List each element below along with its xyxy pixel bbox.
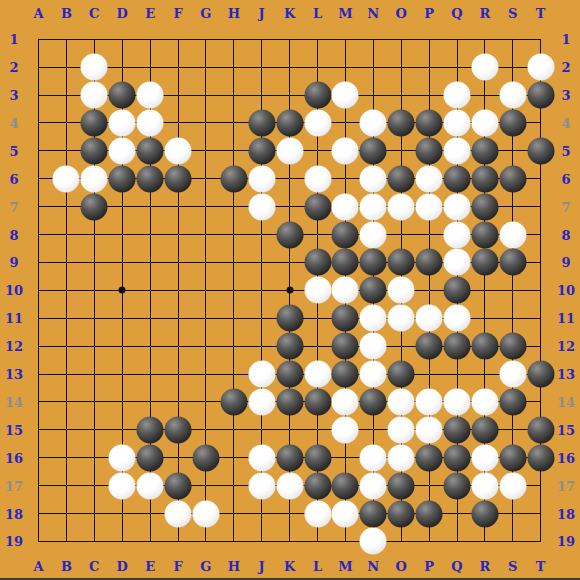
- row-label-left-8: 8: [9, 228, 18, 241]
- stone-white: [304, 361, 331, 388]
- col-label-bottom-H: H: [228, 560, 240, 573]
- row-label-right-6: 6: [561, 172, 570, 185]
- row-label-right-8: 8: [561, 228, 570, 241]
- stone-black: [304, 82, 331, 109]
- stone-white: [444, 109, 471, 136]
- stone-black: [137, 165, 164, 192]
- stone-white: [471, 472, 498, 499]
- stone-white: [471, 54, 498, 81]
- stone-black: [444, 416, 471, 443]
- stone-black: [276, 221, 303, 248]
- col-label-bottom-E: E: [145, 560, 155, 573]
- stone-black: [192, 444, 219, 471]
- row-label-left-2: 2: [9, 61, 18, 74]
- row-label-left-16: 16: [5, 451, 23, 464]
- col-label-top-N: N: [367, 7, 379, 20]
- stone-black: [332, 333, 359, 360]
- col-label-top-J: J: [259, 7, 265, 20]
- row-label-left-5: 5: [9, 144, 18, 157]
- col-label-top-M: M: [338, 7, 352, 20]
- col-label-bottom-N: N: [367, 560, 379, 573]
- stone-white: [444, 388, 471, 415]
- stone-black: [304, 388, 331, 415]
- col-label-bottom-C: C: [89, 560, 99, 573]
- col-label-top-L: L: [313, 7, 322, 20]
- stone-white: [360, 165, 387, 192]
- stone-white: [388, 444, 415, 471]
- stone-black: [499, 444, 526, 471]
- row-label-right-16: 16: [557, 451, 575, 464]
- stone-black: [499, 109, 526, 136]
- stone-black: [527, 444, 554, 471]
- stone-black: [471, 221, 498, 248]
- col-label-top-O: O: [396, 7, 407, 20]
- stone-black: [304, 444, 331, 471]
- stone-white: [360, 361, 387, 388]
- stone-white: [332, 137, 359, 164]
- stone-white: [332, 82, 359, 109]
- stone-white: [444, 305, 471, 332]
- stone-white: [248, 388, 275, 415]
- stone-black: [81, 137, 108, 164]
- stone-black: [304, 472, 331, 499]
- row-label-right-19: 19: [557, 535, 575, 548]
- col-label-top-E: E: [145, 7, 155, 20]
- stone-white: [165, 500, 192, 527]
- stone-white: [276, 137, 303, 164]
- stone-white: [304, 500, 331, 527]
- stone-black: [527, 82, 554, 109]
- stone-black: [471, 333, 498, 360]
- stone-black: [276, 444, 303, 471]
- stone-white: [360, 305, 387, 332]
- stone-white: [248, 193, 275, 220]
- row-label-right-7: 7: [561, 200, 570, 213]
- col-label-top-G: G: [200, 7, 211, 20]
- stone-white: [360, 333, 387, 360]
- stone-white: [81, 82, 108, 109]
- col-label-bottom-M: M: [338, 560, 352, 573]
- stone-black: [360, 249, 387, 276]
- stone-white: [137, 109, 164, 136]
- row-label-left-19: 19: [5, 535, 23, 548]
- row-label-left-17: 17: [5, 479, 23, 492]
- stone-black: [360, 277, 387, 304]
- stone-white: [527, 54, 554, 81]
- stone-black: [332, 305, 359, 332]
- stone-white: [499, 82, 526, 109]
- stone-black: [471, 165, 498, 192]
- stone-black: [527, 137, 554, 164]
- col-label-bottom-O: O: [396, 560, 407, 573]
- stone-white: [332, 277, 359, 304]
- stone-black: [248, 109, 275, 136]
- stone-black: [360, 137, 387, 164]
- stone-black: [276, 333, 303, 360]
- stone-black: [276, 388, 303, 415]
- stone-black: [137, 416, 164, 443]
- go-board-app: AABBCCDDEEFFGGHHJJKKLLMMNNOOPPQQRRSSTT11…: [0, 0, 580, 580]
- stone-black: [527, 416, 554, 443]
- col-label-bottom-K: K: [284, 560, 295, 573]
- row-label-left-15: 15: [5, 423, 23, 436]
- stone-black: [471, 193, 498, 220]
- row-label-left-3: 3: [9, 89, 18, 102]
- stone-white: [471, 388, 498, 415]
- stone-black: [220, 388, 247, 415]
- stone-black: [416, 137, 443, 164]
- stone-black: [388, 361, 415, 388]
- stone-white: [444, 193, 471, 220]
- stone-white: [388, 305, 415, 332]
- stone-white: [499, 221, 526, 248]
- col-label-top-C: C: [89, 7, 99, 20]
- stone-white: [388, 193, 415, 220]
- stone-white: [416, 416, 443, 443]
- stone-white: [360, 528, 387, 555]
- stone-white: [248, 444, 275, 471]
- stone-white: [444, 221, 471, 248]
- stone-white: [499, 361, 526, 388]
- stone-white: [416, 305, 443, 332]
- stone-white: [388, 277, 415, 304]
- stone-white: [109, 137, 136, 164]
- stone-black: [165, 165, 192, 192]
- stone-black: [444, 165, 471, 192]
- stone-black: [444, 444, 471, 471]
- stone-black: [81, 109, 108, 136]
- stone-black: [471, 249, 498, 276]
- stone-white: [416, 165, 443, 192]
- stone-black: [499, 249, 526, 276]
- stone-white: [444, 137, 471, 164]
- grid-line-h: [38, 513, 541, 514]
- row-label-left-14: 14: [5, 395, 23, 408]
- stone-black: [416, 444, 443, 471]
- col-label-bottom-J: J: [259, 560, 265, 573]
- star-point: [119, 287, 126, 294]
- col-label-top-D: D: [117, 7, 128, 20]
- row-label-right-2: 2: [561, 61, 570, 74]
- stone-white: [360, 109, 387, 136]
- stone-black: [388, 472, 415, 499]
- stone-white: [137, 472, 164, 499]
- col-label-top-Q: Q: [451, 7, 462, 20]
- stone-white: [248, 472, 275, 499]
- stone-black: [360, 388, 387, 415]
- stone-black: [304, 193, 331, 220]
- stone-black: [304, 249, 331, 276]
- col-label-top-R: R: [479, 7, 490, 20]
- stone-black: [444, 472, 471, 499]
- col-label-top-A: A: [33, 7, 43, 20]
- stone-white: [444, 249, 471, 276]
- stone-black: [471, 137, 498, 164]
- stone-black: [444, 333, 471, 360]
- stone-black: [360, 500, 387, 527]
- stone-white: [360, 193, 387, 220]
- stone-white: [360, 444, 387, 471]
- col-label-top-S: S: [508, 7, 517, 20]
- stone-white: [304, 165, 331, 192]
- stone-white: [109, 109, 136, 136]
- row-label-left-1: 1: [9, 33, 18, 46]
- stone-white: [388, 388, 415, 415]
- stone-white: [81, 54, 108, 81]
- col-label-bottom-P: P: [424, 560, 434, 573]
- stone-white: [416, 193, 443, 220]
- row-label-right-13: 13: [557, 368, 575, 381]
- row-label-left-4: 4: [9, 116, 18, 129]
- row-label-right-10: 10: [557, 284, 575, 297]
- col-label-top-F: F: [173, 7, 182, 20]
- stone-black: [109, 165, 136, 192]
- stone-black: [499, 333, 526, 360]
- stone-white: [165, 137, 192, 164]
- stone-white: [416, 388, 443, 415]
- stone-white: [360, 221, 387, 248]
- stone-black: [81, 193, 108, 220]
- row-label-right-3: 3: [561, 89, 570, 102]
- stone-black: [332, 472, 359, 499]
- stone-black: [471, 416, 498, 443]
- stone-black: [416, 333, 443, 360]
- stone-white: [248, 165, 275, 192]
- stone-black: [416, 249, 443, 276]
- stone-white: [137, 82, 164, 109]
- col-label-bottom-B: B: [61, 560, 72, 573]
- col-label-bottom-R: R: [479, 560, 490, 573]
- row-label-right-1: 1: [561, 33, 570, 46]
- stone-black: [165, 416, 192, 443]
- stone-white: [81, 165, 108, 192]
- stone-black: [137, 444, 164, 471]
- grid-line-h: [38, 541, 541, 542]
- row-label-right-11: 11: [557, 312, 575, 325]
- row-label-right-4: 4: [561, 116, 570, 129]
- row-label-left-6: 6: [9, 172, 18, 185]
- stone-black: [527, 361, 554, 388]
- stone-white: [360, 472, 387, 499]
- stone-black: [332, 221, 359, 248]
- col-label-top-P: P: [424, 7, 434, 20]
- stone-black: [332, 361, 359, 388]
- stone-black: [416, 500, 443, 527]
- stone-white: [471, 444, 498, 471]
- stone-black: [109, 82, 136, 109]
- col-label-bottom-G: G: [200, 560, 211, 573]
- row-label-right-17: 17: [557, 479, 575, 492]
- stone-white: [53, 165, 80, 192]
- stone-black: [137, 137, 164, 164]
- col-label-bottom-D: D: [117, 560, 128, 573]
- row-label-left-13: 13: [5, 368, 23, 381]
- col-label-top-H: H: [228, 7, 240, 20]
- col-label-top-B: B: [61, 7, 72, 20]
- stone-black: [276, 361, 303, 388]
- row-label-right-12: 12: [557, 340, 575, 353]
- row-label-left-10: 10: [5, 284, 23, 297]
- row-label-right-15: 15: [557, 423, 575, 436]
- stone-white: [248, 361, 275, 388]
- stone-black: [416, 109, 443, 136]
- col-label-top-T: T: [536, 7, 546, 20]
- stone-black: [388, 165, 415, 192]
- stone-white: [499, 472, 526, 499]
- stone-white: [304, 277, 331, 304]
- row-label-left-12: 12: [5, 340, 23, 353]
- stone-black: [332, 249, 359, 276]
- stone-white: [332, 416, 359, 443]
- row-label-right-9: 9: [561, 256, 570, 269]
- stone-white: [276, 472, 303, 499]
- stone-white: [109, 472, 136, 499]
- stone-black: [276, 109, 303, 136]
- col-label-bottom-S: S: [508, 560, 517, 573]
- col-label-bottom-L: L: [313, 560, 322, 573]
- row-label-right-5: 5: [561, 144, 570, 157]
- star-point: [286, 287, 293, 294]
- row-label-right-14: 14: [557, 395, 575, 408]
- stone-black: [276, 305, 303, 332]
- stone-black: [165, 472, 192, 499]
- stone-black: [220, 165, 247, 192]
- stone-white: [332, 193, 359, 220]
- stone-black: [248, 137, 275, 164]
- col-label-bottom-F: F: [173, 560, 182, 573]
- stone-black: [499, 165, 526, 192]
- stone-white: [332, 500, 359, 527]
- stone-white: [109, 444, 136, 471]
- stone-black: [388, 109, 415, 136]
- stone-black: [444, 277, 471, 304]
- row-label-left-7: 7: [9, 200, 18, 213]
- col-label-bottom-Q: Q: [451, 560, 462, 573]
- stone-black: [499, 388, 526, 415]
- row-label-right-18: 18: [557, 507, 575, 520]
- col-label-top-K: K: [284, 7, 295, 20]
- stone-white: [471, 109, 498, 136]
- stone-white: [444, 82, 471, 109]
- stone-white: [304, 109, 331, 136]
- stone-white: [192, 500, 219, 527]
- col-label-bottom-A: A: [33, 560, 43, 573]
- row-label-left-18: 18: [5, 507, 23, 520]
- stone-white: [388, 416, 415, 443]
- stone-black: [388, 500, 415, 527]
- stone-black: [388, 249, 415, 276]
- row-label-left-9: 9: [9, 256, 18, 269]
- col-label-bottom-T: T: [536, 560, 546, 573]
- stone-black: [471, 500, 498, 527]
- stone-white: [332, 388, 359, 415]
- row-label-left-11: 11: [5, 312, 23, 325]
